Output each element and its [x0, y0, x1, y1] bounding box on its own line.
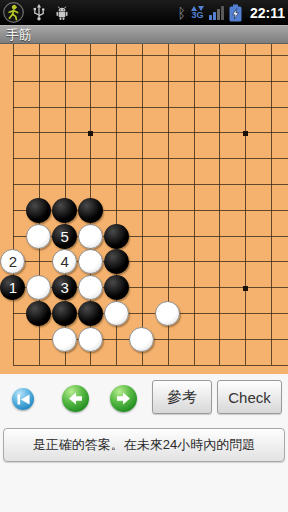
title-bar: 手筋 — [0, 25, 288, 44]
stone-black-D7 — [78, 198, 103, 223]
stone-white-B6 — [26, 224, 51, 249]
stone-white-G3 — [155, 301, 180, 326]
go-board[interactable]: 52413 — [0, 44, 288, 374]
stone-white-F2 — [129, 327, 154, 352]
stone-white-D5 — [78, 249, 103, 274]
usb-icon — [32, 4, 46, 21]
stone-black-B3 — [26, 301, 51, 326]
answer-message-text: 是正確的答案。在未來24小時內的問題 — [33, 436, 255, 454]
bluetooth-icon: ᛒ — [178, 6, 186, 20]
app-runner-icon — [3, 2, 24, 23]
move-number-label: 2 — [9, 254, 17, 269]
stone-black-A4: 1 — [0, 275, 25, 300]
stone-black-B7 — [26, 198, 51, 223]
stone-white-D2 — [78, 327, 103, 352]
previous-move-button[interactable] — [62, 385, 89, 412]
reference-button[interactable]: 參考 — [152, 380, 212, 414]
stone-white-D6 — [78, 224, 103, 249]
move-number-label: 5 — [60, 229, 68, 244]
stone-black-C3 — [52, 301, 77, 326]
stone-black-C4: 3 — [52, 275, 77, 300]
stone-grid: 52413 — [0, 44, 284, 374]
skip-to-start-icon — [17, 394, 30, 405]
stone-black-E6 — [104, 224, 129, 249]
adb-debug-icon — [54, 5, 70, 21]
stone-black-E5 — [104, 249, 129, 274]
stone-black-E4 — [104, 275, 129, 300]
skip-to-start-button[interactable] — [12, 388, 34, 410]
app-title: 手筋 — [0, 26, 32, 44]
signal-bars-icon — [209, 5, 224, 20]
stone-black-C7 — [52, 198, 77, 223]
control-panel: 參考 Check 是正確的答案。在未來24小時內的問題 — [0, 374, 288, 512]
stone-white-C2 — [52, 327, 77, 352]
move-number-label: 3 — [60, 280, 68, 295]
phone-screen: ᛒ 3G 22:11 手筋 — [0, 0, 288, 512]
answer-message-bar[interactable]: 是正確的答案。在未來24小時內的問題 — [3, 428, 285, 462]
next-move-button[interactable] — [110, 385, 137, 412]
3g-data-icon: 3G — [191, 6, 204, 20]
check-button[interactable]: Check — [217, 380, 282, 414]
status-clock: 22:11 — [250, 5, 285, 21]
status-bar-left — [3, 2, 70, 23]
stone-black-D3 — [78, 301, 103, 326]
stone-black-C6: 5 — [52, 224, 77, 249]
arrow-left-icon — [68, 392, 83, 405]
move-number-label: 1 — [9, 280, 17, 295]
stone-white-C5: 4 — [52, 249, 77, 274]
stone-white-B4 — [26, 275, 51, 300]
stone-white-D4 — [78, 275, 103, 300]
stone-white-E3 — [104, 301, 129, 326]
battery-charging-icon — [229, 4, 242, 22]
status-bar-right: ᛒ 3G 22:11 — [178, 4, 285, 22]
stone-white-A5: 2 — [0, 249, 25, 274]
arrow-right-icon — [116, 392, 131, 405]
network-type-label: 3G — [191, 11, 203, 20]
status-bar: ᛒ 3G 22:11 — [0, 0, 288, 25]
move-number-label: 4 — [60, 254, 68, 269]
